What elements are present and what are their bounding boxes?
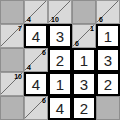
blocked-cell (0, 48, 24, 72)
down-clue: 6 (99, 16, 103, 23)
across-clue: 6 (42, 97, 46, 104)
cell-value: 1 (80, 53, 88, 68)
across-clue: 1 (90, 25, 94, 32)
cell-value: 2 (80, 101, 88, 116)
solution-cell[interactable]: 4 (48, 96, 72, 120)
across-clue: 10 (14, 73, 22, 80)
down-clue: 4 (27, 64, 31, 71)
clue-cell: 6 (24, 96, 48, 120)
cell-value: 4 (32, 29, 40, 44)
clue-cell: 6 (96, 0, 120, 24)
down-clue: 6 (75, 40, 79, 47)
blocked-cell (72, 0, 96, 24)
cell-value: 3 (80, 77, 88, 92)
solution-cell[interactable]: 1 (48, 72, 72, 96)
solution-cell[interactable]: 4 (24, 72, 48, 96)
clue-cell: 10 (48, 0, 72, 24)
cell-value: 1 (56, 77, 64, 92)
clue-cell: 4 (24, 0, 48, 24)
solution-cell[interactable]: 1 (72, 48, 96, 72)
clue-cell: 7 (0, 24, 24, 48)
solution-cell[interactable]: 2 (48, 48, 72, 72)
blocked-cell (0, 0, 24, 24)
down-clue: 4 (27, 16, 31, 23)
cell-value: 3 (56, 29, 64, 44)
clue-cell: 10 (0, 72, 24, 96)
kakuro-board: 4 10 6 7 4 3 1 6 1 6 4 2 1 3 10 4 (0, 0, 120, 120)
solution-cell[interactable]: 2 (96, 72, 120, 96)
clue-cell: 6 4 (24, 48, 48, 72)
solution-cell[interactable]: 3 (96, 48, 120, 72)
blocked-cell (96, 96, 120, 120)
cell-value: 3 (104, 53, 112, 68)
down-clue: 10 (51, 16, 59, 23)
solution-cell[interactable]: 4 (24, 24, 48, 48)
cell-value: 4 (32, 77, 40, 92)
cell-value: 2 (104, 77, 112, 92)
cell-value: 4 (56, 101, 64, 116)
solution-cell[interactable]: 3 (72, 72, 96, 96)
cell-value: 2 (56, 53, 64, 68)
across-clue: 6 (42, 49, 46, 56)
cell-value: 1 (104, 29, 112, 44)
clue-cell: 1 6 (72, 24, 96, 48)
solution-cell[interactable]: 2 (72, 96, 96, 120)
solution-cell[interactable]: 3 (48, 24, 72, 48)
blocked-cell (0, 96, 24, 120)
across-clue: 7 (18, 25, 22, 32)
solution-cell[interactable]: 1 (96, 24, 120, 48)
